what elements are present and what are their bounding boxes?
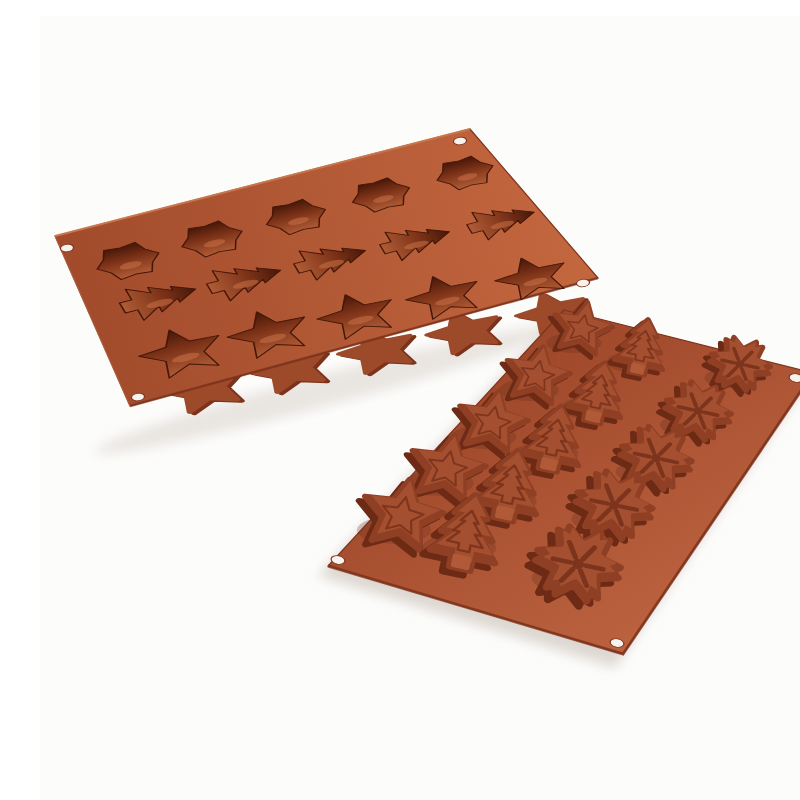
scene-svg <box>40 16 800 800</box>
product-photo: Product photo: two terracotta silicone c… <box>40 16 800 800</box>
